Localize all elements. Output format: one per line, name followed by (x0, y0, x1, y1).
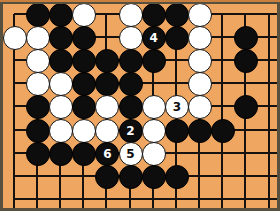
intersection-c9r7[interactable] (188, 141, 211, 164)
go-diagram: 43265 (0, 0, 280, 211)
intersection-c8r9[interactable] (164, 188, 187, 209)
intersection-c11r9[interactable] (234, 188, 257, 209)
intersection-c6r4[interactable] (118, 72, 141, 95)
white-stone[interactable] (188, 72, 212, 96)
intersection-c8r4[interactable] (164, 72, 187, 95)
intersection-c7r7[interactable] (141, 141, 164, 164)
intersection-c3r2[interactable] (48, 25, 71, 48)
intersection-c12r6[interactable] (257, 118, 277, 141)
intersection-c3r7[interactable] (48, 141, 71, 164)
black-stone[interactable] (234, 49, 258, 73)
black-stone[interactable] (26, 142, 50, 166)
intersection-c6r3[interactable] (118, 48, 141, 71)
intersection-c6r8[interactable] (118, 164, 141, 187)
move-number-label: 6 (103, 148, 111, 160)
black-stone[interactable] (95, 49, 119, 73)
move-number-label: 2 (126, 125, 134, 137)
intersection-c4r1[interactable] (72, 4, 95, 25)
black-stone[interactable] (95, 72, 119, 96)
intersection-c1r5[interactable] (3, 95, 25, 118)
intersection-c7r9[interactable] (141, 188, 164, 209)
intersection-c5r6[interactable] (95, 118, 118, 141)
intersection-c5r2[interactable] (95, 25, 118, 48)
intersection-c1r2[interactable] (3, 25, 25, 48)
intersection-c1r9[interactable] (3, 188, 25, 209)
intersection-c1r6[interactable] (3, 118, 25, 141)
intersection-c8r2[interactable] (164, 25, 187, 48)
black-stone[interactable] (234, 95, 258, 119)
black-stone[interactable] (234, 26, 258, 50)
intersection-c4r7[interactable] (72, 141, 95, 164)
black-stone[interactable] (26, 4, 50, 27)
intersection-c2r2[interactable] (25, 25, 48, 48)
intersection-c10r2[interactable] (211, 25, 234, 48)
intersection-c8r1[interactable] (164, 4, 187, 25)
move-number-label: 4 (150, 32, 158, 44)
intersection-c12r4[interactable] (257, 72, 277, 95)
black-stone[interactable]: 2 (119, 119, 143, 143)
intersection-c11r5[interactable] (234, 95, 257, 118)
intersection-c5r8[interactable] (95, 164, 118, 187)
white-stone[interactable] (142, 119, 166, 143)
intersection-c9r1[interactable] (188, 4, 211, 25)
intersection-c2r8[interactable] (25, 164, 48, 187)
white-stone[interactable] (49, 95, 73, 119)
black-stone[interactable] (72, 72, 96, 96)
intersection-c3r4[interactable] (48, 72, 71, 95)
black-stone[interactable] (49, 26, 73, 50)
intersection-c9r8[interactable] (188, 164, 211, 187)
intersection-c9r6[interactable] (188, 118, 211, 141)
intersection-c11r3[interactable] (234, 48, 257, 71)
intersection-c8r8[interactable] (164, 164, 187, 187)
intersection-c11r4[interactable] (234, 72, 257, 95)
intersection-c6r7[interactable]: 5 (118, 141, 141, 164)
black-stone[interactable] (211, 119, 235, 143)
intersection-c5r3[interactable] (95, 48, 118, 71)
intersection-c1r4[interactable] (3, 72, 25, 95)
intersection-c2r5[interactable] (25, 95, 48, 118)
black-stone[interactable] (72, 95, 96, 119)
white-stone[interactable] (26, 49, 50, 73)
intersection-c3r3[interactable] (48, 48, 71, 71)
intersection-c4r8[interactable] (72, 164, 95, 187)
white-stone[interactable] (72, 4, 96, 27)
intersection-c10r1[interactable] (211, 4, 234, 25)
intersection-c11r8[interactable] (234, 164, 257, 187)
black-stone[interactable] (165, 165, 189, 189)
intersection-c10r3[interactable] (211, 48, 234, 71)
move-number-label: 3 (173, 101, 181, 113)
black-stone[interactable] (142, 165, 166, 189)
intersection-c2r1[interactable] (25, 4, 48, 25)
black-stone[interactable] (119, 72, 143, 96)
intersection-c4r2[interactable] (72, 25, 95, 48)
white-stone[interactable] (188, 95, 212, 119)
intersection-c6r5[interactable] (118, 95, 141, 118)
intersection-c12r2[interactable] (257, 25, 277, 48)
intersection-c7r2[interactable]: 4 (141, 25, 164, 48)
intersection-c8r3[interactable] (164, 48, 187, 71)
white-stone[interactable]: 3 (165, 95, 189, 119)
intersection-c3r8[interactable] (48, 164, 71, 187)
white-stone[interactable] (119, 26, 143, 50)
white-stone[interactable] (188, 49, 212, 73)
intersection-c4r4[interactable] (72, 72, 95, 95)
intersection-c5r1[interactable] (95, 4, 118, 25)
intersection-c6r6[interactable]: 2 (118, 118, 141, 141)
white-stone[interactable] (26, 72, 50, 96)
intersection-c2r7[interactable] (25, 141, 48, 164)
intersection-c12r8[interactable] (257, 164, 277, 187)
intersection-c7r5[interactable] (141, 95, 164, 118)
black-stone[interactable] (72, 26, 96, 50)
intersection-c9r2[interactable] (188, 25, 211, 48)
black-stone[interactable] (188, 119, 212, 143)
intersection-c5r7[interactable]: 6 (95, 141, 118, 164)
intersection-c4r9[interactable] (72, 188, 95, 209)
intersection-c10r5[interactable] (211, 95, 234, 118)
intersection-c3r9[interactable] (48, 188, 71, 209)
white-stone[interactable] (3, 26, 27, 50)
intersection-c7r6[interactable] (141, 118, 164, 141)
black-stone[interactable] (95, 165, 119, 189)
white-stone[interactable] (142, 95, 166, 119)
black-stone[interactable]: 4 (142, 26, 166, 50)
intersection-c4r3[interactable] (72, 48, 95, 71)
intersection-c10r8[interactable] (211, 164, 234, 187)
intersection-c3r6[interactable] (48, 118, 71, 141)
black-stone[interactable] (142, 4, 166, 27)
white-stone[interactable] (49, 119, 73, 143)
black-stone[interactable] (49, 142, 73, 166)
intersection-c11r6[interactable] (234, 118, 257, 141)
black-stone[interactable] (119, 95, 143, 119)
intersection-c8r6[interactable] (164, 118, 187, 141)
move-number-label: 5 (126, 148, 134, 160)
white-stone[interactable]: 5 (119, 142, 143, 166)
intersection-c6r9[interactable] (118, 188, 141, 209)
intersection-c7r8[interactable] (141, 164, 164, 187)
intersection-c4r5[interactable] (72, 95, 95, 118)
intersection-c8r7[interactable] (164, 141, 187, 164)
intersection-c4r6[interactable] (72, 118, 95, 141)
intersection-c7r3[interactable] (141, 48, 164, 71)
go-board: 43265 (3, 4, 277, 208)
black-stone[interactable] (165, 26, 189, 50)
intersection-c3r1[interactable] (48, 4, 71, 25)
black-stone[interactable] (26, 119, 50, 143)
white-stone[interactable] (95, 95, 119, 119)
white-stone[interactable] (72, 119, 96, 143)
intersection-c6r1[interactable] (118, 4, 141, 25)
white-stone[interactable] (49, 72, 73, 96)
intersection-c12r9[interactable] (257, 188, 277, 209)
intersection-c12r1[interactable] (257, 4, 277, 25)
intersection-c10r6[interactable] (211, 118, 234, 141)
intersection-c7r4[interactable] (141, 72, 164, 95)
black-stone[interactable] (142, 49, 166, 73)
intersection-c1r1[interactable] (3, 4, 25, 25)
intersection-c2r3[interactable] (25, 48, 48, 71)
white-stone[interactable] (188, 26, 212, 50)
intersection-c2r6[interactable] (25, 118, 48, 141)
intersection-c12r7[interactable] (257, 141, 277, 164)
intersection-c1r7[interactable] (3, 141, 25, 164)
intersection-c1r3[interactable] (3, 48, 25, 71)
intersection-c10r7[interactable] (211, 141, 234, 164)
black-stone[interactable]: 6 (95, 142, 119, 166)
white-stone[interactable] (142, 142, 166, 166)
intersection-c9r9[interactable] (188, 188, 211, 209)
black-stone[interactable] (72, 142, 96, 166)
black-stone[interactable] (26, 95, 50, 119)
intersection-c3r5[interactable] (48, 95, 71, 118)
board-grid: 43265 (3, 4, 277, 208)
intersection-c9r5[interactable] (188, 95, 211, 118)
intersection-c9r4[interactable] (188, 72, 211, 95)
intersection-c9r3[interactable] (188, 48, 211, 71)
intersection-c5r9[interactable] (95, 188, 118, 209)
black-stone[interactable] (49, 49, 73, 73)
white-stone[interactable] (188, 4, 212, 27)
intersection-c5r4[interactable] (95, 72, 118, 95)
intersection-c5r5[interactable] (95, 95, 118, 118)
intersection-c10r4[interactable] (211, 72, 234, 95)
intersection-c2r9[interactable] (25, 188, 48, 209)
frame-accent (0, 0, 280, 2)
intersection-c6r2[interactable] (118, 25, 141, 48)
black-stone[interactable] (72, 49, 96, 73)
white-stone[interactable] (119, 4, 143, 27)
black-stone[interactable] (165, 4, 189, 27)
intersection-c2r4[interactable] (25, 72, 48, 95)
intersection-c7r1[interactable] (141, 4, 164, 25)
white-stone[interactable] (95, 119, 119, 143)
intersection-c10r9[interactable] (211, 188, 234, 209)
intersection-c1r8[interactable] (3, 164, 25, 187)
black-stone[interactable] (119, 165, 143, 189)
intersection-c11r7[interactable] (234, 141, 257, 164)
black-stone[interactable] (49, 4, 73, 27)
black-stone[interactable] (119, 49, 143, 73)
intersection-c12r5[interactable] (257, 95, 277, 118)
intersection-c11r1[interactable] (234, 4, 257, 25)
intersection-c12r3[interactable] (257, 48, 277, 71)
white-stone[interactable] (26, 26, 50, 50)
intersection-c8r5[interactable]: 3 (164, 95, 187, 118)
black-stone[interactable] (165, 119, 189, 143)
intersection-c11r2[interactable] (234, 25, 257, 48)
